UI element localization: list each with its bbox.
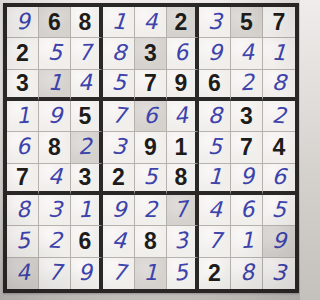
- handwritten-digit: 9: [15, 11, 31, 34]
- handwritten-digit: 2: [239, 72, 254, 95]
- cell-r8c5[interactable]: 8: [135, 226, 167, 257]
- cell-r8c8[interactable]: 1: [231, 226, 263, 257]
- cell-r9c7[interactable]: 2: [199, 258, 231, 289]
- cell-r3c2[interactable]: 1: [39, 70, 71, 101]
- cell-r2c8[interactable]: 4: [231, 38, 263, 69]
- handwritten-digit: 1: [271, 42, 287, 65]
- cell-r6c1[interactable]: 7: [7, 164, 39, 195]
- cell-r7c7[interactable]: 4: [199, 195, 231, 226]
- cell-r6c5[interactable]: 5: [135, 164, 167, 195]
- cell-r7c6[interactable]: 7: [167, 195, 199, 226]
- handwritten-digit: 9: [47, 105, 62, 128]
- cell-r4c9[interactable]: 2: [263, 101, 295, 132]
- cell-r1c7[interactable]: 3: [199, 7, 231, 38]
- cell-r9c5[interactable]: 1: [135, 258, 167, 289]
- given-digit: 8: [144, 230, 157, 253]
- cell-r8c7[interactable]: 7: [199, 226, 231, 257]
- cell-r9c1[interactable]: 4: [7, 258, 39, 289]
- handwritten-digit: 8: [207, 105, 222, 127]
- cell-r1c6[interactable]: 2: [167, 7, 199, 38]
- cell-r5c1[interactable]: 6: [7, 132, 39, 163]
- handwritten-digit: 9: [271, 230, 287, 253]
- given-digit: 4: [273, 136, 286, 159]
- cell-r1c5[interactable]: 4: [135, 7, 167, 38]
- handwritten-digit: 1: [47, 72, 62, 95]
- cell-r8c4[interactable]: 4: [103, 226, 135, 257]
- cell-r8c9[interactable]: 9: [263, 226, 295, 257]
- given-digit: 7: [144, 72, 157, 95]
- given-digit: 9: [144, 136, 157, 159]
- cell-r6c9[interactable]: 6: [263, 164, 295, 195]
- cell-r5c5[interactable]: 9: [135, 132, 167, 163]
- sudoku-board: 9681423572578369413145796281957648326823…: [3, 3, 299, 293]
- given-digit: 5: [79, 105, 92, 128]
- cell-r3c3[interactable]: 4: [71, 70, 103, 101]
- cell-r7c1[interactable]: 8: [7, 195, 39, 226]
- given-digit: 6: [208, 72, 221, 95]
- cell-r5c2[interactable]: 8: [39, 132, 71, 163]
- cell-r3c8[interactable]: 2: [231, 70, 263, 101]
- handwritten-digit: 1: [78, 199, 93, 221]
- cell-r6c3[interactable]: 3: [71, 164, 103, 195]
- cell-r5c9[interactable]: 4: [263, 132, 295, 163]
- handwritten-digit: 5: [47, 42, 62, 65]
- cell-r4c2[interactable]: 9: [39, 101, 71, 132]
- handwritten-digit: 4: [239, 42, 254, 65]
- given-digit: 6: [48, 11, 61, 34]
- given-digit: 3: [79, 166, 92, 189]
- cell-r8c6[interactable]: 3: [167, 226, 199, 257]
- given-digit: 5: [240, 11, 253, 34]
- given-digit: 8: [79, 11, 92, 34]
- cell-r5c8[interactable]: 7: [231, 132, 263, 163]
- cell-r9c8[interactable]: 8: [231, 258, 263, 289]
- cell-r8c2[interactable]: 2: [39, 226, 71, 257]
- handwritten-digit: 3: [111, 136, 127, 159]
- cell-r4c1[interactable]: 1: [7, 101, 39, 132]
- cell-r3c6[interactable]: 9: [167, 70, 199, 101]
- cell-r6c4[interactable]: 2: [103, 164, 135, 195]
- cell-r4c5[interactable]: 6: [135, 101, 167, 132]
- handwritten-digit: 8: [239, 262, 254, 285]
- handwritten-digit: 8: [15, 199, 31, 222]
- handwritten-digit: 3: [271, 262, 287, 285]
- handwritten-digit: 7: [78, 42, 93, 64]
- cell-r4c8[interactable]: 3: [231, 101, 263, 132]
- handwritten-digit: 7: [111, 105, 127, 128]
- cell-r3c5[interactable]: 7: [135, 70, 167, 101]
- handwritten-digit: 4: [15, 262, 31, 285]
- handwritten-digit: 1: [144, 262, 158, 284]
- handwritten-digit: 7: [207, 230, 222, 252]
- given-digit: 2: [208, 262, 221, 285]
- handwritten-digit: 4: [144, 11, 158, 33]
- cell-r9c6[interactable]: 5: [167, 258, 199, 289]
- cell-r5c7[interactable]: 5: [199, 132, 231, 163]
- cell-r9c9[interactable]: 3: [263, 258, 295, 289]
- cell-r2c5[interactable]: 3: [135, 38, 167, 69]
- given-digit: 1: [175, 136, 188, 159]
- handwritten-digit: 6: [173, 42, 189, 65]
- given-digit: 3: [144, 42, 157, 65]
- handwritten-digit: 5: [15, 230, 31, 253]
- handwritten-digit: 5: [144, 166, 158, 188]
- cell-r2c4[interactable]: 8: [103, 38, 135, 69]
- given-digit: 2: [175, 11, 188, 34]
- handwritten-digit: 5: [111, 72, 127, 95]
- given-digit: 2: [16, 42, 29, 65]
- cell-r1c3[interactable]: 8: [71, 7, 103, 38]
- cell-r9c4[interactable]: 7: [103, 258, 135, 289]
- cell-r2c2[interactable]: 5: [39, 38, 71, 69]
- cell-r5c4[interactable]: 3: [103, 132, 135, 163]
- given-digit: 3: [240, 105, 253, 128]
- handwritten-digit: 3: [47, 199, 62, 222]
- cell-r7c5[interactable]: 2: [135, 195, 167, 226]
- handwritten-digit: 8: [271, 72, 287, 95]
- handwritten-digit: 4: [173, 104, 189, 127]
- handwritten-digit: 6: [15, 136, 31, 159]
- handwritten-digit: 1: [15, 105, 31, 128]
- handwritten-digit: 7: [47, 262, 62, 285]
- cell-r6c2[interactable]: 4: [39, 164, 71, 195]
- cell-r6c6[interactable]: 8: [167, 164, 199, 195]
- handwritten-digit: 5: [207, 136, 222, 158]
- cell-r7c2[interactable]: 3: [39, 195, 71, 226]
- given-digit: 8: [48, 136, 61, 159]
- cell-r3c9[interactable]: 8: [263, 70, 295, 101]
- cell-r6c7[interactable]: 1: [199, 164, 231, 195]
- cell-r1c2[interactable]: 6: [39, 7, 71, 38]
- cell-r4c3[interactable]: 5: [71, 101, 103, 132]
- cell-r2c9[interactable]: 1: [263, 38, 295, 69]
- cell-r9c2[interactable]: 7: [39, 258, 71, 289]
- cell-r2c7[interactable]: 9: [199, 38, 231, 69]
- cell-r6c8[interactable]: 9: [231, 164, 263, 195]
- cell-r4c6[interactable]: 4: [167, 101, 199, 132]
- handwritten-digit: 4: [47, 166, 62, 189]
- cell-r7c9[interactable]: 5: [263, 195, 295, 226]
- handwritten-digit: 4: [78, 72, 93, 94]
- cell-r1c8[interactable]: 5: [231, 7, 263, 38]
- given-digit: 3: [16, 72, 29, 95]
- cell-r7c3[interactable]: 1: [71, 195, 103, 226]
- given-digit: 8: [175, 166, 188, 189]
- cell-r1c4[interactable]: 1: [103, 7, 135, 38]
- handwritten-digit: 2: [271, 105, 287, 128]
- handwritten-digit: 3: [207, 11, 222, 33]
- given-digit: 2: [112, 166, 125, 189]
- cell-r2c6[interactable]: 6: [167, 38, 199, 69]
- cell-r9c3[interactable]: 9: [71, 258, 103, 289]
- cell-r1c1[interactable]: 9: [7, 7, 39, 38]
- cell-r2c3[interactable]: 7: [71, 38, 103, 69]
- given-digit: 9: [175, 72, 188, 95]
- handwritten-digit: 1: [207, 166, 222, 188]
- handwritten-digit: 6: [239, 199, 254, 222]
- cell-r5c6[interactable]: 1: [167, 132, 199, 163]
- cell-r1c9[interactable]: 7: [263, 7, 295, 38]
- cell-r3c1[interactable]: 3: [7, 70, 39, 101]
- handwritten-digit: 8: [111, 42, 127, 65]
- handwritten-digit: 7: [173, 198, 189, 221]
- handwritten-digit: 5: [173, 262, 189, 285]
- given-digit: 7: [16, 166, 29, 189]
- handwritten-digit: 1: [111, 11, 127, 34]
- given-digit: 6: [79, 230, 92, 253]
- cell-r7c4[interactable]: 9: [103, 195, 135, 226]
- given-digit: 7: [240, 136, 253, 159]
- cell-r3c7[interactable]: 6: [199, 70, 231, 101]
- cell-r7c8[interactable]: 6: [231, 195, 263, 226]
- cell-r4c4[interactable]: 7: [103, 101, 135, 132]
- cell-r2c1[interactable]: 2: [7, 38, 39, 69]
- handwritten-digit: 2: [78, 136, 93, 158]
- handwritten-digit: 4: [111, 230, 127, 253]
- given-digit: 7: [273, 11, 286, 34]
- handwritten-digit: 2: [144, 199, 158, 221]
- cell-r8c3[interactable]: 6: [71, 226, 103, 257]
- handwritten-digit: 4: [207, 199, 222, 221]
- handwritten-digit: 9: [78, 262, 93, 284]
- cell-r5c3[interactable]: 2: [71, 132, 103, 163]
- handwritten-digit: 2: [47, 230, 62, 253]
- handwritten-digit: 9: [111, 199, 127, 222]
- handwritten-digit: 9: [239, 166, 254, 189]
- cell-r3c4[interactable]: 5: [103, 70, 135, 101]
- cell-r4c7[interactable]: 8: [199, 101, 231, 132]
- cell-r8c1[interactable]: 5: [7, 226, 39, 257]
- handwritten-digit: 6: [271, 166, 287, 189]
- handwritten-digit: 3: [173, 230, 189, 253]
- handwritten-digit: 9: [207, 42, 222, 64]
- handwritten-digit: 1: [239, 230, 254, 253]
- handwritten-digit: 5: [271, 199, 287, 222]
- handwritten-digit: 7: [111, 262, 127, 285]
- handwritten-digit: 6: [144, 105, 158, 127]
